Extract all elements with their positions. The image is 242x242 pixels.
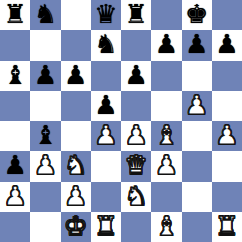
piece-black-bishop: ♝ (3, 62, 26, 88)
square-f2[interactable] (151, 182, 181, 212)
square-b5[interactable] (30, 91, 60, 121)
square-d6[interactable] (91, 61, 121, 91)
square-g8[interactable]: ♚ (182, 0, 212, 30)
square-c3[interactable]: ♞ (61, 151, 91, 181)
piece-white-pawn: ♟ (34, 152, 57, 178)
piece-white-knight: ♞ (64, 152, 87, 178)
piece-white-bishop: ♝ (155, 122, 178, 148)
square-a6[interactable]: ♝ (0, 61, 30, 91)
piece-black-queen: ♛ (94, 1, 117, 27)
piece-white-queen: ♛ (124, 152, 147, 178)
square-c5[interactable] (61, 91, 91, 121)
square-f8[interactable] (151, 0, 181, 30)
piece-white-pawn: ♟ (64, 183, 87, 209)
piece-white-pawn: ♟ (124, 122, 147, 148)
piece-white-rook: ♜ (94, 213, 117, 239)
square-c1[interactable]: ♚ (61, 212, 91, 242)
piece-black-pawn: ♟ (34, 62, 57, 88)
square-e5[interactable] (121, 91, 151, 121)
square-c8[interactable] (61, 0, 91, 30)
square-f4[interactable]: ♝ (151, 121, 181, 151)
square-e3[interactable]: ♛ (121, 151, 151, 181)
square-d3[interactable] (91, 151, 121, 181)
square-g3[interactable] (182, 151, 212, 181)
piece-black-bishop: ♝ (34, 122, 57, 148)
square-a8[interactable]: ♜ (0, 0, 30, 30)
piece-white-rook: ♜ (215, 213, 238, 239)
square-e8[interactable]: ♜ (121, 0, 151, 30)
square-f1[interactable]: ♝ (151, 212, 181, 242)
square-f5[interactable] (151, 91, 181, 121)
piece-white-pawn: ♟ (185, 92, 208, 118)
square-d4[interactable]: ♟ (91, 121, 121, 151)
square-d1[interactable]: ♜ (91, 212, 121, 242)
piece-black-pawn: ♟ (215, 31, 238, 57)
square-h7[interactable]: ♟ (212, 30, 242, 60)
piece-black-pawn: ♟ (155, 31, 178, 57)
square-b3[interactable]: ♟ (30, 151, 60, 181)
square-d7[interactable]: ♞ (91, 30, 121, 60)
square-h1[interactable]: ♜ (212, 212, 242, 242)
piece-black-pawn: ♟ (185, 31, 208, 57)
square-f3[interactable]: ♟ (151, 151, 181, 181)
square-b8[interactable]: ♞ (30, 0, 60, 30)
piece-white-knight: ♞ (124, 183, 147, 209)
square-e2[interactable]: ♞ (121, 182, 151, 212)
square-f7[interactable]: ♟ (151, 30, 181, 60)
square-b1[interactable] (30, 212, 60, 242)
square-h3[interactable] (212, 151, 242, 181)
piece-black-pawn: ♟ (3, 152, 26, 178)
square-h6[interactable] (212, 61, 242, 91)
square-e1[interactable] (121, 212, 151, 242)
square-g5[interactable]: ♟ (182, 91, 212, 121)
square-a7[interactable] (0, 30, 30, 60)
square-g2[interactable] (182, 182, 212, 212)
square-d8[interactable]: ♛ (91, 0, 121, 30)
piece-white-pawn: ♟ (155, 152, 178, 178)
piece-black-pawn: ♟ (94, 92, 117, 118)
piece-white-pawn: ♟ (94, 122, 117, 148)
piece-black-knight: ♞ (94, 31, 117, 57)
square-h2[interactable] (212, 182, 242, 212)
square-a2[interactable]: ♟ (0, 182, 30, 212)
piece-black-knight: ♞ (34, 1, 57, 27)
square-g6[interactable] (182, 61, 212, 91)
piece-black-pawn: ♟ (124, 62, 147, 88)
square-c4[interactable] (61, 121, 91, 151)
square-d2[interactable] (91, 182, 121, 212)
piece-white-king: ♚ (64, 213, 87, 239)
square-b2[interactable] (30, 182, 60, 212)
piece-white-bishop: ♝ (155, 213, 178, 239)
square-g4[interactable] (182, 121, 212, 151)
square-a5[interactable] (0, 91, 30, 121)
piece-black-king: ♚ (185, 1, 208, 27)
square-a4[interactable] (0, 121, 30, 151)
square-d5[interactable]: ♟ (91, 91, 121, 121)
square-e4[interactable]: ♟ (121, 121, 151, 151)
piece-black-rook: ♜ (124, 1, 147, 27)
square-h8[interactable] (212, 0, 242, 30)
square-g7[interactable]: ♟ (182, 30, 212, 60)
square-c7[interactable] (61, 30, 91, 60)
chess-board: ♜♞♛♜♚♞♟♟♟♝♟♟♟♟♟♝♟♟♝♟♟♟♞♛♟♟♟♞♚♜♝♜ (0, 0, 242, 242)
square-a3[interactable]: ♟ (0, 151, 30, 181)
square-b4[interactable]: ♝ (30, 121, 60, 151)
square-b6[interactable]: ♟ (30, 61, 60, 91)
square-h4[interactable]: ♟ (212, 121, 242, 151)
square-a1[interactable] (0, 212, 30, 242)
square-c6[interactable]: ♟ (61, 61, 91, 91)
square-h5[interactable] (212, 91, 242, 121)
piece-white-pawn: ♟ (3, 183, 26, 209)
square-c2[interactable]: ♟ (61, 182, 91, 212)
square-e6[interactable]: ♟ (121, 61, 151, 91)
square-f6[interactable] (151, 61, 181, 91)
square-e7[interactable] (121, 30, 151, 60)
piece-white-pawn: ♟ (215, 122, 238, 148)
piece-black-rook: ♜ (3, 1, 26, 27)
square-g1[interactable] (182, 212, 212, 242)
piece-black-pawn: ♟ (64, 62, 87, 88)
square-b7[interactable] (30, 30, 60, 60)
